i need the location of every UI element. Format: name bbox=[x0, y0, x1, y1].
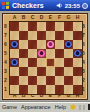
square-c8[interactable] bbox=[28, 22, 37, 31]
square-b5[interactable] bbox=[19, 49, 28, 58]
square-h1[interactable] bbox=[73, 85, 82, 94]
square-b8[interactable] bbox=[19, 22, 28, 31]
checkers-board: ABCDEFGH ABCDEFGH 87654321 87654321 bbox=[2, 13, 88, 100]
square-e5[interactable] bbox=[46, 49, 55, 58]
square-d3[interactable] bbox=[37, 67, 46, 76]
square-g2[interactable] bbox=[64, 76, 73, 85]
square-h5[interactable] bbox=[73, 49, 82, 58]
square-f8[interactable] bbox=[55, 22, 64, 31]
piece-blue-h5[interactable] bbox=[74, 50, 81, 57]
square-h8[interactable] bbox=[73, 22, 82, 31]
menu-appearance[interactable]: Appearance bbox=[19, 102, 53, 112]
square-d6[interactable] bbox=[37, 40, 46, 49]
square-g4[interactable] bbox=[64, 58, 73, 67]
board-grid bbox=[9, 21, 83, 95]
clock[interactable]: 23:55 bbox=[65, 3, 80, 9]
square-e8[interactable] bbox=[46, 22, 55, 31]
square-b2[interactable] bbox=[19, 76, 28, 85]
square-c2[interactable] bbox=[28, 76, 37, 85]
square-f6[interactable] bbox=[55, 40, 64, 49]
app-title: Checkers bbox=[12, 0, 44, 11]
square-b3[interactable] bbox=[19, 67, 28, 76]
square-a7[interactable] bbox=[10, 31, 19, 40]
square-e6[interactable] bbox=[46, 40, 55, 49]
square-d7[interactable] bbox=[37, 31, 46, 40]
square-d4[interactable] bbox=[37, 58, 46, 67]
square-f7[interactable] bbox=[55, 31, 64, 40]
square-a8[interactable] bbox=[10, 22, 19, 31]
square-e3[interactable] bbox=[46, 67, 55, 76]
square-a6[interactable] bbox=[10, 40, 19, 49]
square-g7[interactable] bbox=[64, 31, 73, 40]
hint-icon[interactable]: ✱ bbox=[70, 103, 77, 112]
screen: Checkers 23:55 ABCDEFGH ABCDEFGH 8765432… bbox=[0, 0, 90, 112]
square-g3[interactable] bbox=[64, 67, 73, 76]
start-flag-icon[interactable] bbox=[2, 2, 9, 10]
square-f4[interactable] bbox=[55, 58, 64, 67]
square-h4[interactable] bbox=[73, 58, 82, 67]
square-f5[interactable] bbox=[55, 49, 64, 58]
square-a3[interactable] bbox=[10, 67, 19, 76]
square-a1[interactable] bbox=[10, 85, 19, 94]
square-e2[interactable] bbox=[46, 76, 55, 85]
file-label: B bbox=[19, 15, 28, 20]
square-c4[interactable] bbox=[28, 58, 37, 67]
rank-labels-left: 87654321 bbox=[3, 22, 8, 94]
file-label: G bbox=[64, 15, 73, 20]
square-e4[interactable] bbox=[46, 58, 55, 67]
square-e7[interactable] bbox=[46, 31, 55, 40]
square-h7[interactable] bbox=[73, 31, 82, 40]
piece-pink-d5[interactable] bbox=[38, 50, 45, 57]
disabled-tool-icon bbox=[79, 105, 81, 110]
rank-label: 2 bbox=[3, 76, 8, 85]
square-g5[interactable] bbox=[64, 49, 73, 58]
square-e1[interactable] bbox=[46, 85, 55, 94]
file-label: H bbox=[73, 15, 82, 20]
menu-game[interactable]: Game bbox=[0, 102, 19, 112]
title-bar-status: 23:55 bbox=[56, 2, 90, 9]
square-b1[interactable] bbox=[19, 85, 28, 94]
square-b6[interactable] bbox=[19, 40, 28, 49]
file-label: C bbox=[28, 15, 37, 20]
square-c5[interactable] bbox=[28, 49, 37, 58]
square-a5[interactable] bbox=[10, 49, 19, 58]
square-f1[interactable] bbox=[55, 85, 64, 94]
square-c6[interactable] bbox=[28, 40, 37, 49]
menu-help[interactable]: Help bbox=[53, 102, 68, 112]
keyboard-icon[interactable] bbox=[88, 104, 90, 110]
piece-blue-a6[interactable] bbox=[11, 41, 18, 48]
piece-pink-e6[interactable] bbox=[47, 41, 54, 48]
file-label: F bbox=[55, 15, 64, 20]
square-h2[interactable] bbox=[73, 76, 82, 85]
square-a2[interactable] bbox=[10, 76, 19, 85]
piece-blue-a4[interactable] bbox=[11, 59, 18, 66]
square-g8[interactable] bbox=[64, 22, 73, 31]
square-c3[interactable] bbox=[28, 67, 37, 76]
file-label: D bbox=[37, 15, 46, 20]
rank-label: 5 bbox=[3, 49, 8, 58]
square-c7[interactable] bbox=[28, 31, 37, 40]
piece-blue-g6[interactable] bbox=[65, 41, 72, 48]
square-h3[interactable] bbox=[73, 67, 82, 76]
status-circle-icon[interactable] bbox=[82, 3, 88, 9]
rank-label: 4 bbox=[3, 58, 8, 67]
file-label: E bbox=[46, 15, 55, 20]
square-g1[interactable] bbox=[64, 85, 73, 94]
square-c1[interactable] bbox=[28, 85, 37, 94]
square-d1[interactable] bbox=[37, 85, 46, 94]
square-b7[interactable] bbox=[19, 31, 28, 40]
file-label: A bbox=[10, 15, 19, 20]
disabled-tool-icon bbox=[83, 105, 85, 110]
square-h6[interactable] bbox=[73, 40, 82, 49]
menu-bar: Game Appearance Help ✱ ▴ bbox=[0, 101, 90, 112]
speaker-icon[interactable] bbox=[56, 2, 63, 9]
rank-label: 7 bbox=[3, 31, 8, 40]
square-a4[interactable] bbox=[10, 58, 19, 67]
rank-label: 3 bbox=[3, 67, 8, 76]
rank-label: 1 bbox=[3, 85, 8, 94]
square-f2[interactable] bbox=[55, 76, 64, 85]
title-bar: Checkers 23:55 bbox=[0, 0, 90, 11]
rank-label: 8 bbox=[3, 22, 8, 31]
file-labels-top: ABCDEFGH bbox=[10, 15, 82, 20]
square-g6[interactable] bbox=[64, 40, 73, 49]
square-f3[interactable] bbox=[55, 67, 64, 76]
square-b4[interactable] bbox=[19, 58, 28, 67]
square-d8[interactable] bbox=[37, 22, 46, 31]
square-d2[interactable] bbox=[37, 76, 46, 85]
square-d5[interactable] bbox=[37, 49, 46, 58]
rank-label: 6 bbox=[3, 40, 8, 49]
